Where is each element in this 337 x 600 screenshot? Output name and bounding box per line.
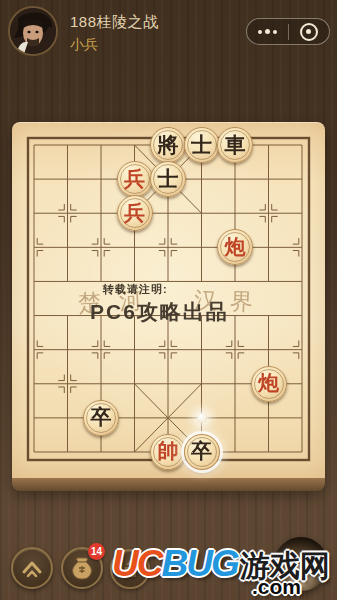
avatar <box>8 6 58 56</box>
target-circle-icon <box>300 23 318 41</box>
xiangqi-piece-black-general[interactable]: 將 <box>150 127 186 163</box>
puzzle-title: 188桂陵之战 <box>70 13 159 32</box>
xiangqi-piece-red-soldier[interactable]: 兵 <box>117 161 153 197</box>
piece-character: 炮 <box>258 372 279 393</box>
move-indicator-dot <box>197 413 207 423</box>
collapse-up-button[interactable] <box>11 547 53 589</box>
xiangqi-piece-red-general[interactable]: 帥 <box>150 434 186 470</box>
stone-sphere-button[interactable] <box>274 537 328 591</box>
more-dots-icon <box>258 29 277 34</box>
xiangqi-piece-black-soldier[interactable]: 卒 <box>184 434 220 470</box>
xiangqi-board[interactable]: 楚河 汉界 转载请注明: PC6攻略出品 將士車兵士兵炮炮卒帥卒 <box>12 122 325 491</box>
board-bevel-edge <box>12 478 325 491</box>
exit-button[interactable] <box>289 19 330 44</box>
piece-character: 士 <box>158 168 179 189</box>
ucbug-bug-text: BUG <box>161 543 237 584</box>
piece-character: 炮 <box>225 236 246 257</box>
piece-character: 卒 <box>191 440 212 461</box>
xiangqi-piece-black-advisor[interactable]: 士 <box>184 127 220 163</box>
xiangqi-piece-black-soldier[interactable]: 卒 <box>83 400 119 436</box>
piece-character: 士 <box>191 134 212 155</box>
xiangqi-piece-red-cannon[interactable]: 炮 <box>251 366 287 402</box>
miniprogram-capsule <box>246 18 330 45</box>
rewards-bag-button[interactable] <box>61 547 103 589</box>
piece-character: 將 <box>158 134 179 155</box>
xiangqi-piece-black-chariot[interactable]: 車 <box>217 127 253 163</box>
more-button[interactable] <box>247 19 288 44</box>
xiangqi-piece-black-advisor[interactable]: 士 <box>150 161 186 197</box>
pagoda-icon <box>119 558 141 580</box>
piece-character: 兵 <box>124 168 145 189</box>
piece-character: 兵 <box>124 202 145 223</box>
header: 188桂陵之战 小兵 <box>0 0 337 62</box>
piece-character: 車 <box>225 134 246 155</box>
piece-character: 卒 <box>91 406 112 427</box>
rank-label: 小兵 <box>70 36 98 54</box>
avatar-portrait <box>10 8 56 54</box>
xiangqi-piece-red-soldier[interactable]: 兵 <box>117 195 153 231</box>
money-bag-icon <box>69 555 95 581</box>
piece-character: 帥 <box>158 440 179 461</box>
chevron-up-icon <box>19 555 45 581</box>
extra-button[interactable] <box>110 549 150 589</box>
